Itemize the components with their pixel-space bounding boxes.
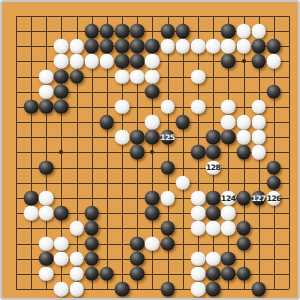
black-stone [145,206,160,221]
black-stone [100,39,115,54]
screenshot-frame: 125128124127126 [0,0,300,300]
black-stone [236,267,251,282]
black-stone [221,251,236,266]
black-stone [130,236,145,251]
white-stone [221,39,236,54]
white-stone [100,54,115,69]
grid-line-horizontal [16,168,289,169]
white-stone [69,267,84,282]
black-stone [115,282,130,297]
black-stone [115,24,130,39]
black-stone [84,24,99,39]
white-stone [115,69,130,84]
black-stone [236,191,251,206]
black-stone [251,54,266,69]
black-stone [130,130,145,145]
black-stone [175,115,190,130]
white-stone [84,54,99,69]
black-stone [221,54,236,69]
black-stone [206,130,221,145]
black-stone [24,100,39,115]
black-stone [130,251,145,266]
black-stone [267,39,282,54]
white-stone [145,69,160,84]
white-stone [39,236,54,251]
black-stone [54,100,69,115]
white-stone [221,206,236,221]
black-stone [206,267,221,282]
white-stone [145,236,160,251]
white-stone [175,175,190,190]
white-stone [191,251,206,266]
black-stone [130,54,145,69]
white-stone [191,100,206,115]
white-stone [54,282,69,297]
black-stone [54,206,69,221]
black-stone [84,206,99,221]
white-stone [221,115,236,130]
grid-line-horizontal [16,183,289,184]
black-stone [84,39,99,54]
black-stone [206,206,221,221]
white-stone [251,130,266,145]
black-stone [39,251,54,266]
black-stone [145,84,160,99]
black-stone-move-127: 127 [251,191,266,206]
black-stone [236,145,251,160]
white-stone [160,191,175,206]
black-stone [145,191,160,206]
white-stone [236,39,251,54]
black-stone [130,267,145,282]
white-stone [191,221,206,236]
black-stone [191,145,206,160]
black-stone [160,24,175,39]
white-stone [206,251,221,266]
white-stone-move-124: 124 [221,191,236,206]
black-stone-move-125: 125 [160,130,175,145]
white-stone [175,39,190,54]
white-stone [160,100,175,115]
white-stone-move-128: 128 [206,160,221,175]
black-stone [69,69,84,84]
black-stone [145,39,160,54]
black-stone [115,54,130,69]
white-stone [69,221,84,236]
white-stone [145,54,160,69]
black-stone [160,236,175,251]
black-stone [100,267,115,282]
white-stone [191,206,206,221]
black-stone [54,84,69,99]
black-stone [54,69,69,84]
white-stone [54,236,69,251]
black-stone [221,267,236,282]
white-stone [251,115,266,130]
black-stone [115,39,130,54]
black-stone [160,160,175,175]
black-stone [145,130,160,145]
white-stone [54,54,69,69]
star-point [150,150,154,154]
black-stone [24,191,39,206]
black-stone [221,130,236,145]
white-stone [39,84,54,99]
white-stone [54,251,69,266]
move-number-label: 125 [160,133,174,141]
white-stone [69,54,84,69]
black-stone [39,100,54,115]
black-stone [84,236,99,251]
white-stone [130,69,145,84]
white-stone [191,69,206,84]
white-stone [251,100,266,115]
white-stone [69,282,84,297]
black-stone [267,175,282,190]
black-stone [206,145,221,160]
white-stone [221,100,236,115]
white-stone [54,39,69,54]
white-stone [115,100,130,115]
star-point [59,150,63,154]
white-stone [39,267,54,282]
black-stone [100,115,115,130]
white-stone [24,206,39,221]
white-stone [39,206,54,221]
move-number-label: 128 [206,164,220,172]
white-stone [206,39,221,54]
black-stone [130,145,145,160]
black-stone [39,160,54,175]
black-stone [236,221,251,236]
white-stone [236,130,251,145]
white-stone [160,39,175,54]
white-stone [251,24,266,39]
white-stone [251,145,266,160]
black-stone [84,221,99,236]
black-stone [206,282,221,297]
black-stone [206,191,221,206]
white-stone [191,282,206,297]
white-stone [69,251,84,266]
move-number-label: 126 [267,194,281,202]
black-stone [84,267,99,282]
white-stone-move-126: 126 [267,191,282,206]
black-stone [251,39,266,54]
white-stone [191,267,206,282]
black-stone [267,160,282,175]
white-stone [69,39,84,54]
white-stone [115,130,130,145]
black-stone [130,39,145,54]
move-number-label: 124 [221,194,235,202]
grid-line-vertical [183,16,184,289]
black-stone [160,221,175,236]
white-stone [39,191,54,206]
black-stone [100,24,115,39]
white-stone [267,54,282,69]
white-stone [145,115,160,130]
black-stone [160,282,175,297]
white-stone [191,191,206,206]
black-stone [267,84,282,99]
white-stone [191,39,206,54]
go-board[interactable]: 125128124127126 [2,2,298,298]
white-stone [206,221,221,236]
black-stone [221,24,236,39]
white-stone [39,69,54,84]
white-stone [221,221,236,236]
white-stone [236,115,251,130]
black-stone [175,24,190,39]
star-point [242,59,246,63]
white-stone [236,24,251,39]
black-stone [251,282,266,297]
black-stone [84,251,99,266]
grid-line-vertical [289,16,290,289]
black-stone [236,236,251,251]
black-stone [130,24,145,39]
move-number-label: 127 [251,194,265,202]
